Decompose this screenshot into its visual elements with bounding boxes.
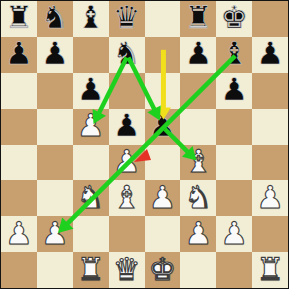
square-h1[interactable]: ♜	[252, 252, 288, 288]
square-b6[interactable]	[37, 73, 73, 109]
square-f7[interactable]: ♟	[180, 37, 216, 73]
square-g6[interactable]: ♟	[216, 73, 252, 109]
white-bishop[interactable]: ♝	[113, 182, 141, 213]
white-rook[interactable]: ♜	[77, 254, 105, 285]
black-knight[interactable]: ♞	[113, 38, 141, 69]
square-c5[interactable]: ♟	[73, 109, 109, 145]
square-d6[interactable]	[109, 73, 145, 109]
square-h6[interactable]	[252, 73, 288, 109]
square-h2[interactable]	[252, 216, 288, 252]
square-a1[interactable]	[1, 252, 37, 288]
white-queen[interactable]: ♛	[113, 254, 141, 285]
black-bishop[interactable]: ♝	[77, 2, 105, 33]
square-a4[interactable]	[1, 145, 37, 181]
square-a8[interactable]: ♜	[1, 1, 37, 37]
square-e3[interactable]: ♟	[145, 180, 181, 216]
board-squares: ♜♞♝♛♜♚♟♟♞♟♝♟♟♟♟♟♟♟♝♞♝♟♞♟♟♟♟♟♜♛♚♜	[1, 1, 288, 288]
square-e2[interactable]	[145, 216, 181, 252]
square-e5[interactable]: ♟	[145, 109, 181, 145]
square-d2[interactable]	[109, 216, 145, 252]
white-pawn[interactable]: ♟	[220, 218, 248, 249]
square-e1[interactable]: ♚	[145, 252, 181, 288]
black-pawn[interactable]: ♟	[5, 38, 33, 69]
white-pawn[interactable]: ♟	[256, 182, 284, 213]
square-f4[interactable]: ♝	[180, 145, 216, 181]
white-pawn[interactable]: ♟	[113, 146, 141, 177]
black-pawn[interactable]: ♟	[41, 38, 69, 69]
square-b8[interactable]: ♞	[37, 1, 73, 37]
square-d7[interactable]: ♞	[109, 37, 145, 73]
white-pawn[interactable]: ♟	[184, 218, 212, 249]
square-g7[interactable]: ♝	[216, 37, 252, 73]
square-b1[interactable]	[37, 252, 73, 288]
square-e6[interactable]	[145, 73, 181, 109]
square-g2[interactable]: ♟	[216, 216, 252, 252]
black-pawn[interactable]: ♟	[149, 110, 177, 141]
white-king[interactable]: ♚	[149, 254, 177, 285]
white-pawn[interactable]: ♟	[149, 182, 177, 213]
square-d5[interactable]: ♟	[109, 109, 145, 145]
black-pawn[interactable]: ♟	[256, 38, 284, 69]
white-knight[interactable]: ♞	[184, 182, 212, 213]
square-a3[interactable]	[1, 180, 37, 216]
square-h5[interactable]	[252, 109, 288, 145]
square-g1[interactable]	[216, 252, 252, 288]
square-a2[interactable]: ♟	[1, 216, 37, 252]
square-b7[interactable]: ♟	[37, 37, 73, 73]
black-bishop[interactable]: ♝	[220, 38, 248, 69]
square-h3[interactable]: ♟	[252, 180, 288, 216]
square-b3[interactable]	[37, 180, 73, 216]
black-king[interactable]: ♚	[220, 2, 248, 33]
square-g5[interactable]	[216, 109, 252, 145]
square-d3[interactable]: ♝	[109, 180, 145, 216]
square-d4[interactable]: ♟	[109, 145, 145, 181]
square-h7[interactable]: ♟	[252, 37, 288, 73]
square-a7[interactable]: ♟	[1, 37, 37, 73]
square-g4[interactable]	[216, 145, 252, 181]
square-g3[interactable]	[216, 180, 252, 216]
white-pawn[interactable]: ♟	[41, 218, 69, 249]
black-rook[interactable]: ♜	[5, 2, 33, 33]
square-h4[interactable]	[252, 145, 288, 181]
black-knight[interactable]: ♞	[41, 2, 69, 33]
square-c2[interactable]	[73, 216, 109, 252]
square-f3[interactable]: ♞	[180, 180, 216, 216]
square-e7[interactable]	[145, 37, 181, 73]
white-rook[interactable]: ♜	[256, 254, 284, 285]
square-f6[interactable]	[180, 73, 216, 109]
square-c3[interactable]: ♞	[73, 180, 109, 216]
square-g8[interactable]: ♚	[216, 1, 252, 37]
square-h8[interactable]	[252, 1, 288, 37]
black-pawn[interactable]: ♟	[184, 38, 212, 69]
square-d1[interactable]: ♛	[109, 252, 145, 288]
square-f1[interactable]	[180, 252, 216, 288]
square-a5[interactable]	[1, 109, 37, 145]
square-b2[interactable]: ♟	[37, 216, 73, 252]
white-pawn[interactable]: ♟	[77, 110, 105, 141]
square-f8[interactable]: ♜	[180, 1, 216, 37]
black-rook[interactable]: ♜	[184, 2, 212, 33]
square-f2[interactable]: ♟	[180, 216, 216, 252]
square-f5[interactable]	[180, 109, 216, 145]
chess-board: ♜♞♝♛♜♚♟♟♞♟♝♟♟♟♟♟♟♟♝♞♝♟♞♟♟♟♟♟♜♛♚♜	[0, 0, 289, 289]
square-c4[interactable]	[73, 145, 109, 181]
black-pawn[interactable]: ♟	[77, 74, 105, 105]
square-b4[interactable]	[37, 145, 73, 181]
square-b5[interactable]	[37, 109, 73, 145]
square-d8[interactable]: ♛	[109, 1, 145, 37]
white-knight[interactable]: ♞	[77, 182, 105, 213]
black-queen[interactable]: ♛	[113, 2, 141, 33]
white-bishop[interactable]: ♝	[184, 146, 212, 177]
square-a6[interactable]	[1, 73, 37, 109]
square-e8[interactable]	[145, 1, 181, 37]
square-c6[interactable]: ♟	[73, 73, 109, 109]
square-c8[interactable]: ♝	[73, 1, 109, 37]
black-pawn[interactable]: ♟	[220, 74, 248, 105]
square-c1[interactable]: ♜	[73, 252, 109, 288]
white-pawn[interactable]: ♟	[5, 218, 33, 249]
square-c7[interactable]	[73, 37, 109, 73]
square-e4[interactable]	[145, 145, 181, 181]
black-pawn[interactable]: ♟	[113, 110, 141, 141]
